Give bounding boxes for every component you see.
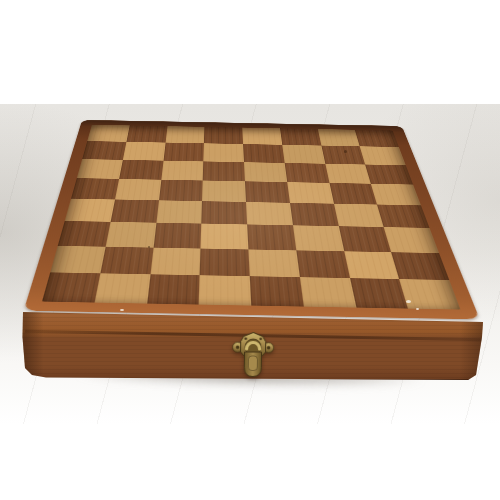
square-g6: [325, 164, 371, 184]
square-d8: [204, 127, 243, 144]
square-c4: [156, 200, 202, 223]
square-c8: [165, 126, 204, 143]
square-a8: [87, 125, 129, 142]
square-e1: [250, 276, 304, 307]
square-b8: [126, 125, 167, 142]
square-f4: [290, 203, 339, 226]
square-b6: [119, 160, 163, 180]
square-c7: [163, 143, 204, 162]
square-d5: [202, 180, 246, 202]
photo-scene: [0, 0, 500, 500]
latch-tongue: [248, 356, 257, 371]
square-h3: [384, 227, 439, 253]
brass-latch-icon: [231, 332, 276, 379]
square-f3: [293, 225, 344, 251]
scuff-mark: [416, 308, 419, 310]
square-g5: [329, 183, 377, 205]
square-h1: [399, 279, 460, 310]
square-g8: [317, 129, 360, 146]
square-b5: [115, 179, 161, 201]
square-b1: [94, 273, 150, 303]
square-e4: [246, 202, 293, 225]
speck: [148, 246, 150, 248]
square-h2: [391, 252, 449, 280]
square-e2: [248, 249, 299, 277]
speck: [344, 150, 347, 153]
square-h8: [355, 130, 399, 147]
square-b2: [100, 246, 153, 274]
square-d4: [202, 201, 248, 224]
square-g1: [349, 278, 408, 309]
square-a4: [65, 199, 115, 222]
square-f5: [287, 182, 334, 204]
square-a2: [50, 246, 105, 274]
square-d7: [204, 143, 244, 162]
square-b4: [110, 199, 158, 222]
square-g2: [344, 251, 400, 279]
square-d2: [200, 248, 250, 276]
square-c6: [161, 160, 204, 180]
square-e6: [244, 162, 287, 182]
square-c2: [150, 247, 201, 275]
square-h4: [377, 205, 429, 229]
square-f1: [300, 277, 356, 308]
square-d3: [201, 224, 249, 249]
square-f6: [284, 163, 329, 183]
square-h5: [371, 184, 421, 206]
square-b3: [105, 222, 155, 247]
square-c1: [147, 274, 200, 304]
square-a6: [77, 159, 123, 179]
square-e3: [247, 225, 296, 251]
square-f2: [296, 250, 349, 278]
square-e8: [242, 128, 282, 145]
square-h6: [365, 164, 413, 184]
square-a1: [42, 272, 100, 302]
square-a7: [82, 141, 126, 159]
chess-board: [42, 125, 460, 310]
square-e7: [243, 144, 284, 163]
square-f8: [280, 128, 321, 145]
board-rim: [24, 120, 480, 320]
square-f7: [282, 145, 325, 164]
square-a3: [58, 221, 110, 246]
square-g4: [333, 204, 383, 228]
square-g7: [321, 146, 365, 165]
square-a5: [71, 178, 119, 200]
square-h7: [360, 146, 406, 165]
scuff-mark: [120, 309, 124, 311]
square-e5: [245, 181, 290, 203]
square-d6: [203, 161, 245, 181]
square-c5: [159, 180, 203, 202]
square-g3: [338, 226, 391, 252]
square-c3: [153, 223, 201, 248]
scuff-mark: [406, 300, 411, 303]
square-b7: [123, 142, 165, 161]
chess-box-lid: [24, 120, 480, 320]
square-d1: [199, 275, 251, 305]
